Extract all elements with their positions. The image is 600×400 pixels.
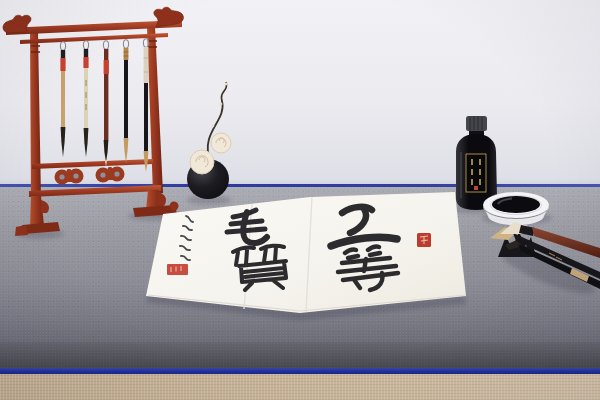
brush-rack bbox=[3, 7, 184, 236]
brush-wire-loop bbox=[83, 41, 88, 49]
hanging-brushes bbox=[60, 39, 148, 172]
scene-objects bbox=[0, 0, 600, 400]
brush-bristle-tip bbox=[84, 128, 89, 157]
brush-bone-top bbox=[144, 47, 149, 83]
brush-red-label bbox=[60, 58, 65, 71]
rack-left-bracket bbox=[41, 200, 49, 213]
brush-cap bbox=[84, 49, 88, 57]
flower-vase bbox=[187, 82, 231, 199]
hanging-brush-3 bbox=[103, 41, 108, 167]
brush-brass-ferrule bbox=[124, 48, 129, 60]
brush-cap bbox=[61, 50, 65, 58]
rack-carved-cloud bbox=[55, 169, 84, 185]
branch-bud bbox=[212, 125, 215, 128]
hanging-brush-5 bbox=[143, 39, 148, 172]
rack-right-scroll bbox=[170, 202, 179, 211]
rack-right-post bbox=[147, 27, 163, 194]
rack-right-bracket bbox=[157, 192, 166, 206]
flower-2 bbox=[211, 133, 231, 153]
ink-pool bbox=[492, 196, 540, 213]
hanging-brush-2 bbox=[83, 41, 88, 157]
rack-upper-rail bbox=[32, 159, 153, 169]
calligraphy-sheet bbox=[146, 192, 466, 313]
brush-wire-loop bbox=[103, 41, 108, 49]
label-seal-mark bbox=[474, 186, 478, 190]
brush-red-label bbox=[104, 60, 109, 74]
hanging-brush-4 bbox=[123, 40, 128, 163]
rack-left-post bbox=[30, 33, 41, 200]
red-seal-left bbox=[167, 264, 188, 275]
ink-bottle bbox=[456, 116, 497, 210]
brush-wire-loop bbox=[60, 42, 65, 50]
brush-wire-loop bbox=[123, 40, 128, 48]
still-life-photo: 上等毛質 bbox=[0, 0, 600, 400]
hanging-brush-1 bbox=[60, 42, 65, 157]
brush-handle bbox=[532, 227, 600, 258]
branch-bud bbox=[225, 83, 228, 86]
brush-shaft bbox=[124, 60, 128, 138]
bottle-cap bbox=[466, 116, 487, 131]
rack-carved-cloud bbox=[96, 167, 125, 183]
ink-dish bbox=[483, 192, 549, 225]
branch-bud bbox=[220, 103, 223, 106]
brush-ferrule bbox=[519, 225, 535, 236]
flower-1 bbox=[190, 150, 214, 174]
paper bbox=[146, 192, 466, 313]
brush-red-label bbox=[83, 57, 88, 68]
brush-shaft bbox=[144, 83, 148, 151]
brush-bristle-tip bbox=[61, 127, 66, 157]
rack-top-bar bbox=[6, 20, 182, 35]
brush-shaft bbox=[61, 71, 65, 127]
brush-bristle-tip bbox=[104, 140, 109, 162]
rack-left-toe bbox=[15, 225, 28, 236]
rack-lower-rail bbox=[29, 185, 161, 197]
brush-bristle-tip bbox=[124, 138, 129, 163]
